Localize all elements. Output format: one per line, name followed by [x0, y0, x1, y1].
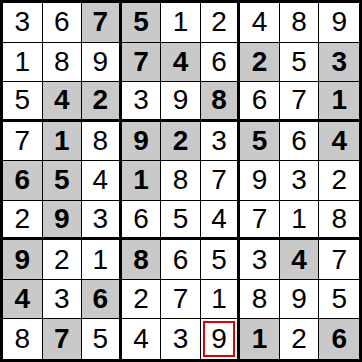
- cell-r3c4[interactable]: 3: [122, 82, 162, 122]
- cell-r3c8[interactable]: 7: [280, 82, 320, 122]
- cell-r7c9[interactable]: 7: [319, 240, 359, 280]
- cell-r7c4[interactable]: 8: [122, 240, 162, 280]
- cell-r9c2[interactable]: 7: [43, 319, 83, 359]
- cell-r1c9[interactable]: 9: [319, 3, 359, 43]
- cell-r2c9[interactable]: 3: [319, 43, 359, 83]
- cell-r9c9[interactable]: 6: [319, 319, 359, 359]
- cell-r1c5[interactable]: 1: [161, 3, 201, 43]
- cell-r8c1[interactable]: 4: [3, 280, 43, 320]
- cell-r3c7[interactable]: 6: [240, 82, 280, 122]
- cell-r9c1[interactable]: 8: [3, 319, 43, 359]
- cell-r2c5[interactable]: 4: [161, 43, 201, 83]
- cell-r3c5[interactable]: 9: [161, 82, 201, 122]
- cell-r6c3[interactable]: 3: [82, 201, 122, 241]
- cell-r2c7[interactable]: 2: [240, 43, 280, 83]
- cell-r8c8[interactable]: 9: [280, 280, 320, 320]
- cell-r8c7[interactable]: 8: [240, 280, 280, 320]
- cell-r3c9[interactable]: 1: [319, 82, 359, 122]
- cell-r6c1[interactable]: 2: [3, 201, 43, 241]
- cell-r9c4[interactable]: 4: [122, 319, 162, 359]
- cell-r4c6[interactable]: 3: [201, 122, 241, 162]
- cell-r7c7[interactable]: 3: [240, 240, 280, 280]
- cell-r9c3[interactable]: 5: [82, 319, 122, 359]
- cell-r8c9[interactable]: 5: [319, 280, 359, 320]
- cell-r5c2[interactable]: 5: [43, 161, 83, 201]
- cell-r3c6[interactable]: 8: [201, 82, 241, 122]
- cell-r7c2[interactable]: 2: [43, 240, 83, 280]
- cell-r9c5[interactable]: 3: [161, 319, 201, 359]
- cell-r3c3[interactable]: 2: [82, 82, 122, 122]
- cell-r6c9[interactable]: 8: [319, 201, 359, 241]
- cell-r7c5[interactable]: 6: [161, 240, 201, 280]
- cell-r4c9[interactable]: 4: [319, 122, 359, 162]
- cell-r3c1[interactable]: 5: [3, 82, 43, 122]
- cell-r2c1[interactable]: 1: [3, 43, 43, 83]
- sudoku-board: 3675124891897462535423986717189235646541…: [0, 0, 362, 362]
- cell-r1c6[interactable]: 2: [201, 3, 241, 43]
- cell-r1c3[interactable]: 7: [82, 3, 122, 43]
- cell-r2c3[interactable]: 9: [82, 43, 122, 83]
- cell-r6c7[interactable]: 7: [240, 201, 280, 241]
- cell-r2c4[interactable]: 7: [122, 43, 162, 83]
- cell-r5c7[interactable]: 9: [240, 161, 280, 201]
- cell-r4c4[interactable]: 9: [122, 122, 162, 162]
- cell-r7c6[interactable]: 5: [201, 240, 241, 280]
- cell-r1c1[interactable]: 3: [3, 3, 43, 43]
- cell-r9c8[interactable]: 2: [280, 319, 320, 359]
- cell-r8c5[interactable]: 7: [161, 280, 201, 320]
- cell-r5c8[interactable]: 3: [280, 161, 320, 201]
- cell-r4c3[interactable]: 8: [82, 122, 122, 162]
- cell-r5c1[interactable]: 6: [3, 161, 43, 201]
- cell-r1c2[interactable]: 6: [43, 3, 83, 43]
- cell-r7c1[interactable]: 9: [3, 240, 43, 280]
- cell-r1c8[interactable]: 8: [280, 3, 320, 43]
- cell-r4c8[interactable]: 6: [280, 122, 320, 162]
- cell-r5c6[interactable]: 7: [201, 161, 241, 201]
- cell-r5c3[interactable]: 4: [82, 161, 122, 201]
- cell-r6c8[interactable]: 1: [280, 201, 320, 241]
- cell-r6c5[interactable]: 5: [161, 201, 201, 241]
- cell-r5c4[interactable]: 1: [122, 161, 162, 201]
- cell-r4c2[interactable]: 1: [43, 122, 83, 162]
- cell-r4c7[interactable]: 5: [240, 122, 280, 162]
- cell-r8c3[interactable]: 6: [82, 280, 122, 320]
- cell-r9c7[interactable]: 1: [240, 319, 280, 359]
- cell-r1c4[interactable]: 5: [122, 3, 162, 43]
- cell-r8c2[interactable]: 3: [43, 280, 83, 320]
- cell-r7c3[interactable]: 1: [82, 240, 122, 280]
- cell-r5c9[interactable]: 2: [319, 161, 359, 201]
- cell-r5c5[interactable]: 8: [161, 161, 201, 201]
- cell-r4c5[interactable]: 2: [161, 122, 201, 162]
- cell-r2c8[interactable]: 5: [280, 43, 320, 83]
- cell-r9c6[interactable]: 9: [201, 319, 241, 359]
- cell-r4c1[interactable]: 7: [3, 122, 43, 162]
- cell-r6c4[interactable]: 6: [122, 201, 162, 241]
- cell-r2c6[interactable]: 6: [201, 43, 241, 83]
- cell-r1c7[interactable]: 4: [240, 3, 280, 43]
- cell-r8c6[interactable]: 1: [201, 280, 241, 320]
- cell-r3c2[interactable]: 4: [43, 82, 83, 122]
- cell-r7c8[interactable]: 4: [280, 240, 320, 280]
- cell-r6c2[interactable]: 9: [43, 201, 83, 241]
- cell-r6c6[interactable]: 4: [201, 201, 241, 241]
- cell-r8c4[interactable]: 2: [122, 280, 162, 320]
- cell-r2c2[interactable]: 8: [43, 43, 83, 83]
